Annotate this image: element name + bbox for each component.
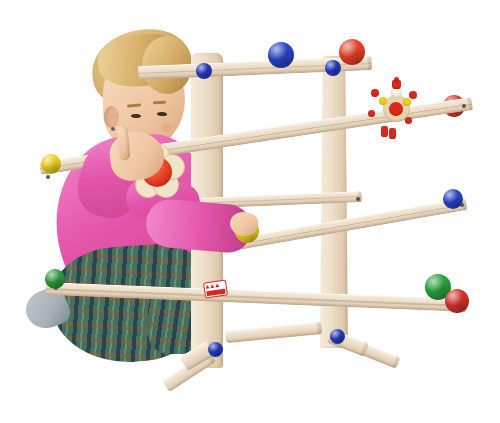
stage: ▲▲▲	[0, 0, 500, 423]
front-layer	[0, 0, 500, 423]
child-index-finger	[117, 126, 131, 161]
